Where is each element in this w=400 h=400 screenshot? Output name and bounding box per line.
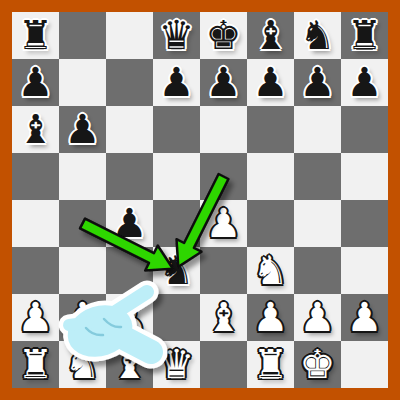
square-e8[interactable]: ♚ — [200, 12, 247, 59]
square-h8[interactable]: ♜ — [341, 12, 388, 59]
square-b5[interactable] — [59, 153, 106, 200]
square-d1[interactable]: ♛ — [153, 341, 200, 388]
piece-black-pawn-f7[interactable]: ♟ — [247, 59, 294, 106]
square-c5[interactable] — [106, 153, 153, 200]
square-a7[interactable]: ♟ — [12, 59, 59, 106]
square-c3[interactable] — [106, 247, 153, 294]
square-h7[interactable]: ♟ — [341, 59, 388, 106]
piece-white-knight-f3[interactable]: ♞ — [247, 247, 294, 294]
square-h3[interactable] — [341, 247, 388, 294]
piece-black-pawn-c4[interactable]: ♟ — [106, 200, 153, 247]
square-a2[interactable]: ♟ — [12, 294, 59, 341]
piece-black-pawn-h7[interactable]: ♟ — [341, 59, 388, 106]
square-h1[interactable] — [341, 341, 388, 388]
square-f1[interactable]: ♜ — [247, 341, 294, 388]
piece-black-knight-d3[interactable]: ♞ — [153, 247, 200, 294]
square-a1[interactable]: ♜ — [12, 341, 59, 388]
piece-black-rook-a8[interactable]: ♜ — [12, 12, 59, 59]
square-e7[interactable]: ♟ — [200, 59, 247, 106]
chess-board[interactable]: ♜♛♚♝♞♜♟♟♟♟♟♟♝♟♟♟♞♞♟♟♟♝♟♟♟♜♞♝♛♜♚ — [12, 12, 388, 388]
piece-white-rook-f1[interactable]: ♜ — [247, 341, 294, 388]
piece-white-pawn-f2[interactable]: ♟ — [247, 294, 294, 341]
piece-white-pawn-a2[interactable]: ♟ — [12, 294, 59, 341]
piece-white-bishop-e2[interactable]: ♝ — [200, 294, 247, 341]
piece-black-bishop-a6[interactable]: ♝ — [12, 106, 59, 153]
piece-white-pawn-h2[interactable]: ♟ — [341, 294, 388, 341]
square-f4[interactable] — [247, 200, 294, 247]
square-g3[interactable] — [294, 247, 341, 294]
piece-black-pawn-a7[interactable]: ♟ — [12, 59, 59, 106]
piece-black-rook-h8[interactable]: ♜ — [341, 12, 388, 59]
piece-black-knight-g8[interactable]: ♞ — [294, 12, 341, 59]
piece-white-queen-d1[interactable]: ♛ — [153, 341, 200, 388]
square-b2[interactable]: ♟ — [59, 294, 106, 341]
square-e4[interactable]: ♟ — [200, 200, 247, 247]
square-a6[interactable]: ♝ — [12, 106, 59, 153]
square-h6[interactable] — [341, 106, 388, 153]
square-a3[interactable] — [12, 247, 59, 294]
square-e6[interactable] — [200, 106, 247, 153]
square-c2[interactable]: ♟ — [106, 294, 153, 341]
square-f8[interactable]: ♝ — [247, 12, 294, 59]
piece-black-pawn-d7[interactable]: ♟ — [153, 59, 200, 106]
board-frame: ♜♛♚♝♞♜♟♟♟♟♟♟♝♟♟♟♞♞♟♟♟♝♟♟♟♜♞♝♛♜♚ — [0, 0, 400, 400]
square-c1[interactable]: ♝ — [106, 341, 153, 388]
square-g8[interactable]: ♞ — [294, 12, 341, 59]
square-c8[interactable] — [106, 12, 153, 59]
piece-white-pawn-e4[interactable]: ♟ — [200, 200, 247, 247]
square-d2[interactable] — [153, 294, 200, 341]
square-d7[interactable]: ♟ — [153, 59, 200, 106]
square-f2[interactable]: ♟ — [247, 294, 294, 341]
square-a8[interactable]: ♜ — [12, 12, 59, 59]
piece-white-pawn-c2[interactable]: ♟ — [106, 294, 153, 341]
square-f6[interactable] — [247, 106, 294, 153]
square-b8[interactable] — [59, 12, 106, 59]
square-d4[interactable] — [153, 200, 200, 247]
piece-white-pawn-b2[interactable]: ♟ — [59, 294, 106, 341]
piece-black-pawn-e7[interactable]: ♟ — [200, 59, 247, 106]
piece-white-knight-b1[interactable]: ♞ — [59, 341, 106, 388]
square-d5[interactable] — [153, 153, 200, 200]
square-d6[interactable] — [153, 106, 200, 153]
square-d3[interactable]: ♞ — [153, 247, 200, 294]
square-g5[interactable] — [294, 153, 341, 200]
piece-black-queen-d8[interactable]: ♛ — [153, 12, 200, 59]
square-h5[interactable] — [341, 153, 388, 200]
square-e1[interactable] — [200, 341, 247, 388]
piece-black-bishop-f8[interactable]: ♝ — [247, 12, 294, 59]
square-g7[interactable]: ♟ — [294, 59, 341, 106]
square-b4[interactable] — [59, 200, 106, 247]
piece-white-bishop-c1[interactable]: ♝ — [106, 341, 153, 388]
square-c6[interactable] — [106, 106, 153, 153]
square-h2[interactable]: ♟ — [341, 294, 388, 341]
square-b7[interactable] — [59, 59, 106, 106]
square-f5[interactable] — [247, 153, 294, 200]
square-d8[interactable]: ♛ — [153, 12, 200, 59]
square-c7[interactable] — [106, 59, 153, 106]
square-g6[interactable] — [294, 106, 341, 153]
square-g2[interactable]: ♟ — [294, 294, 341, 341]
square-b6[interactable]: ♟ — [59, 106, 106, 153]
piece-black-pawn-b6[interactable]: ♟ — [59, 106, 106, 153]
square-f3[interactable]: ♞ — [247, 247, 294, 294]
square-e3[interactable] — [200, 247, 247, 294]
piece-white-king-g1[interactable]: ♚ — [294, 341, 341, 388]
piece-white-rook-a1[interactable]: ♜ — [12, 341, 59, 388]
piece-white-pawn-g2[interactable]: ♟ — [294, 294, 341, 341]
square-g1[interactable]: ♚ — [294, 341, 341, 388]
square-a4[interactable] — [12, 200, 59, 247]
square-a5[interactable] — [12, 153, 59, 200]
square-h4[interactable] — [341, 200, 388, 247]
square-b3[interactable] — [59, 247, 106, 294]
square-e5[interactable] — [200, 153, 247, 200]
piece-black-king-e8[interactable]: ♚ — [200, 12, 247, 59]
piece-black-pawn-g7[interactable]: ♟ — [294, 59, 341, 106]
square-g4[interactable] — [294, 200, 341, 247]
square-f7[interactable]: ♟ — [247, 59, 294, 106]
square-c4[interactable]: ♟ — [106, 200, 153, 247]
square-e2[interactable]: ♝ — [200, 294, 247, 341]
square-b1[interactable]: ♞ — [59, 341, 106, 388]
